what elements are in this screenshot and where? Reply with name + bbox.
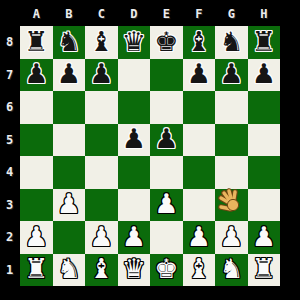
piece-black-pawn: ♟ — [122, 125, 146, 152]
rank-label-2: 2 — [0, 221, 19, 254]
piece-white-pawn: ♟ — [219, 223, 243, 250]
file-label-g: G — [215, 5, 248, 22]
piece-black-bishop: ♝ — [89, 28, 113, 55]
chess-game-screen: ABCDEFGH 87654321 ♜♞♝♛♚♝♞♜♟♟♟♟♟♟♟♟♟♟♟♟♟♟… — [0, 0, 300, 300]
piece-white-pawn: ♟ — [57, 190, 81, 217]
piece-black-pawn: ♟ — [154, 125, 178, 152]
piece-white-bishop: ♝ — [187, 255, 211, 282]
rank-labels: 87654321 — [0, 26, 19, 286]
piece-white-knight: ♞ — [219, 255, 243, 282]
piece-white-pawn: ♟ — [24, 223, 48, 250]
square-g1[interactable]: ♞ — [215, 254, 248, 287]
square-a3[interactable] — [20, 189, 53, 222]
square-b3[interactable]: ♟ — [53, 189, 86, 222]
square-h8[interactable]: ♜ — [248, 26, 281, 59]
square-h6[interactable] — [248, 91, 281, 124]
file-label-c: C — [85, 5, 118, 22]
square-g7[interactable]: ♟ — [215, 59, 248, 92]
square-a5[interactable] — [20, 124, 53, 157]
square-c2[interactable]: ♟ — [85, 221, 118, 254]
rank-label-3: 3 — [0, 189, 19, 222]
square-d8[interactable]: ♛ — [118, 26, 151, 59]
square-d5[interactable]: ♟ — [118, 124, 151, 157]
square-h7[interactable]: ♟ — [248, 59, 281, 92]
square-b2[interactable] — [53, 221, 86, 254]
square-d2[interactable]: ♟ — [118, 221, 151, 254]
file-label-e: E — [150, 5, 183, 22]
square-e4[interactable] — [150, 156, 183, 189]
square-e7[interactable] — [150, 59, 183, 92]
rank-label-4: 4 — [0, 156, 19, 189]
square-b1[interactable]: ♞ — [53, 254, 86, 287]
file-label-f: F — [183, 5, 216, 22]
square-a1[interactable]: ♜ — [20, 254, 53, 287]
square-f1[interactable]: ♝ — [183, 254, 216, 287]
piece-black-pawn: ♟ — [252, 60, 276, 87]
square-d7[interactable] — [118, 59, 151, 92]
square-g6[interactable] — [215, 91, 248, 124]
square-h3[interactable] — [248, 189, 281, 222]
piece-white-rook: ♜ — [252, 255, 276, 282]
square-b5[interactable] — [53, 124, 86, 157]
square-a2[interactable]: ♟ — [20, 221, 53, 254]
file-label-h: H — [248, 5, 281, 22]
square-a7[interactable]: ♟ — [20, 59, 53, 92]
square-d4[interactable] — [118, 156, 151, 189]
square-f2[interactable]: ♟ — [183, 221, 216, 254]
square-g3[interactable] — [215, 189, 248, 222]
piece-white-rook: ♜ — [24, 255, 48, 282]
piece-white-pawn: ♟ — [252, 223, 276, 250]
square-e6[interactable] — [150, 91, 183, 124]
square-f5[interactable] — [183, 124, 216, 157]
piece-black-bishop: ♝ — [187, 28, 211, 55]
square-g4[interactable] — [215, 156, 248, 189]
rank-label-5: 5 — [0, 124, 19, 157]
square-h5[interactable] — [248, 124, 281, 157]
piece-black-rook: ♜ — [24, 28, 48, 55]
piece-black-pawn: ♟ — [89, 60, 113, 87]
rank-label-7: 7 — [0, 59, 19, 92]
square-c1[interactable]: ♝ — [85, 254, 118, 287]
square-h1[interactable]: ♜ — [248, 254, 281, 287]
piece-black-pawn: ♟ — [24, 60, 48, 87]
piece-black-knight: ♞ — [57, 28, 81, 55]
square-d6[interactable] — [118, 91, 151, 124]
square-e3[interactable]: ♟ — [150, 189, 183, 222]
piece-white-king: ♚ — [154, 255, 178, 282]
square-d3[interactable] — [118, 189, 151, 222]
square-c4[interactable] — [85, 156, 118, 189]
piece-black-pawn: ♟ — [187, 60, 211, 87]
square-e2[interactable] — [150, 221, 183, 254]
piece-black-queen: ♛ — [122, 28, 146, 55]
file-label-d: D — [118, 5, 151, 22]
square-d1[interactable]: ♛ — [118, 254, 151, 287]
piece-white-knight: ♞ — [57, 255, 81, 282]
square-c8[interactable]: ♝ — [85, 26, 118, 59]
rank-label-1: 1 — [0, 254, 19, 287]
piece-white-pawn: ♟ — [89, 223, 113, 250]
piece-black-knight: ♞ — [219, 28, 243, 55]
square-f6[interactable] — [183, 91, 216, 124]
square-f4[interactable] — [183, 156, 216, 189]
hand-cursor-icon — [215, 188, 245, 216]
square-e1[interactable]: ♚ — [150, 254, 183, 287]
piece-black-pawn: ♟ — [219, 60, 243, 87]
square-g8[interactable]: ♞ — [215, 26, 248, 59]
rank-label-8: 8 — [0, 26, 19, 59]
square-c5[interactable] — [85, 124, 118, 157]
square-h2[interactable]: ♟ — [248, 221, 281, 254]
square-c3[interactable] — [85, 189, 118, 222]
square-b4[interactable] — [53, 156, 86, 189]
square-c6[interactable] — [85, 91, 118, 124]
square-f7[interactable]: ♟ — [183, 59, 216, 92]
square-a6[interactable] — [20, 91, 53, 124]
file-label-b: B — [53, 5, 86, 22]
square-f8[interactable]: ♝ — [183, 26, 216, 59]
piece-black-pawn: ♟ — [57, 60, 81, 87]
piece-white-pawn: ♟ — [122, 223, 146, 250]
square-g5[interactable] — [215, 124, 248, 157]
piece-black-king: ♚ — [154, 28, 178, 55]
square-b6[interactable] — [53, 91, 86, 124]
piece-white-queen: ♛ — [122, 255, 146, 282]
square-a4[interactable] — [20, 156, 53, 189]
square-b8[interactable]: ♞ — [53, 26, 86, 59]
square-e5[interactable]: ♟ — [150, 124, 183, 157]
piece-white-pawn: ♟ — [154, 190, 178, 217]
rank-label-6: 6 — [0, 91, 19, 124]
square-h4[interactable] — [248, 156, 281, 189]
file-label-a: A — [20, 5, 53, 22]
square-f3[interactable] — [183, 189, 216, 222]
piece-black-rook: ♜ — [252, 28, 276, 55]
chess-board: ♜♞♝♛♚♝♞♜♟♟♟♟♟♟♟♟♟♟♟♟♟♟♟♟♜♞♝♛♚♝♞♜ — [20, 26, 280, 286]
piece-white-bishop: ♝ — [89, 255, 113, 282]
square-g2[interactable]: ♟ — [215, 221, 248, 254]
square-c7[interactable]: ♟ — [85, 59, 118, 92]
piece-white-pawn: ♟ — [187, 223, 211, 250]
square-e8[interactable]: ♚ — [150, 26, 183, 59]
file-labels: ABCDEFGH — [20, 5, 280, 22]
square-a8[interactable]: ♜ — [20, 26, 53, 59]
square-b7[interactable]: ♟ — [53, 59, 86, 92]
